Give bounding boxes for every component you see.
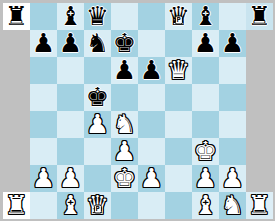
square-a7[interactable]: ♟	[30, 30, 57, 57]
holding-cell-empty	[3, 111, 30, 138]
holding-cell-empty	[246, 30, 273, 57]
piece-white-king[interactable]: ♚	[194, 138, 217, 165]
square-d4[interactable]: ♞	[111, 111, 138, 138]
holding-cell-empty	[246, 165, 273, 192]
square-g1[interactable]: ♝	[192, 192, 219, 219]
piece-white-knight[interactable]: ♞	[113, 111, 136, 138]
square-c5[interactable]: ♚	[84, 84, 111, 111]
square-f8[interactable]: ♛P	[165, 3, 192, 30]
square-b6[interactable]	[57, 57, 84, 84]
square-h3[interactable]	[219, 138, 246, 165]
square-d1[interactable]	[111, 192, 138, 219]
chess-board: ♜♝♛♛P♝♜♟♟♞♚♟♟♟♟♛♚♟♞♟♚♟♟♚♟♟♟♜♝♛P♝♞♜	[3, 3, 273, 219]
square-f1[interactable]	[165, 192, 192, 219]
piece-white-bishop[interactable]: ♝	[59, 192, 82, 219]
piece-black-king[interactable]: ♚	[113, 30, 136, 57]
square-h5[interactable]	[219, 84, 246, 111]
square-b3[interactable]	[57, 138, 84, 165]
square-b2[interactable]: ♟	[57, 165, 84, 192]
square-c8[interactable]: ♛	[84, 3, 111, 30]
square-g8[interactable]: ♝	[192, 3, 219, 30]
piece-white-rook[interactable]: ♜	[248, 192, 271, 219]
piece-white-pawn[interactable]: ♟	[140, 165, 163, 192]
holding-cell-empty	[246, 57, 273, 84]
square-e3[interactable]	[138, 138, 165, 165]
square-g6[interactable]	[192, 57, 219, 84]
holding-cell-empty	[246, 84, 273, 111]
holding-cell-empty	[3, 165, 30, 192]
holding-cell-top-left[interactable]: ♜	[3, 3, 30, 30]
holding-cell-empty	[246, 111, 273, 138]
square-g2[interactable]: ♟	[192, 165, 219, 192]
piece-black-pawn[interactable]: ♟	[59, 30, 82, 57]
piece-black-rook[interactable]: ♜	[5, 3, 28, 30]
square-h8[interactable]	[219, 3, 246, 30]
piece-white-rook[interactable]: ♜	[5, 192, 28, 219]
square-c3[interactable]	[84, 138, 111, 165]
square-b5[interactable]	[57, 84, 84, 111]
piece-white-pawn[interactable]: ♟	[221, 165, 244, 192]
square-c7[interactable]: ♞	[84, 30, 111, 57]
square-g4[interactable]	[192, 111, 219, 138]
square-e7[interactable]	[138, 30, 165, 57]
piece-black-queen[interactable]: ♛	[86, 3, 109, 30]
holding-cell-empty	[3, 138, 30, 165]
square-e4[interactable]	[138, 111, 165, 138]
square-c2[interactable]	[84, 165, 111, 192]
holding-cell-empty	[3, 57, 30, 84]
square-d5[interactable]	[111, 84, 138, 111]
piece-black-pawn[interactable]: ♟	[194, 30, 217, 57]
square-a4[interactable]	[30, 111, 57, 138]
holding-cell-top-right[interactable]: ♜	[246, 3, 273, 30]
square-c1[interactable]: ♛P	[84, 192, 111, 219]
square-d2[interactable]: ♚	[111, 165, 138, 192]
square-a6[interactable]	[30, 57, 57, 84]
square-d3[interactable]: ♟	[111, 138, 138, 165]
holding-cell-bottom-right[interactable]: ♜	[246, 192, 273, 219]
holding-cell-empty	[3, 84, 30, 111]
piece-white-pawn[interactable]: ♟	[113, 138, 136, 165]
square-h1[interactable]: ♞	[219, 192, 246, 219]
square-f3[interactable]	[165, 138, 192, 165]
piece-white-pawn[interactable]: ♟	[59, 165, 82, 192]
piece-white-bishop[interactable]: ♝	[194, 192, 217, 219]
square-e6[interactable]: ♟	[138, 57, 165, 84]
square-g3[interactable]: ♚	[192, 138, 219, 165]
square-e8[interactable]	[138, 3, 165, 30]
square-b4[interactable]	[57, 111, 84, 138]
piece-white-knight[interactable]: ♞	[221, 192, 244, 219]
square-e5[interactable]	[138, 84, 165, 111]
piece-white-pawn[interactable]: ♟	[32, 165, 55, 192]
piece-black-pawn[interactable]: ♟	[221, 30, 244, 57]
square-f6[interactable]: ♛	[165, 57, 192, 84]
square-h2[interactable]: ♟	[219, 165, 246, 192]
square-c6[interactable]	[84, 57, 111, 84]
square-a3[interactable]	[30, 138, 57, 165]
winboard-window: ♜♝♛♛P♝♜♟♟♞♚♟♟♟♟♛♚♟♞♟♚♟♟♚♟♟♟♜♝♛P♝♞♜	[0, 0, 275, 221]
square-f4[interactable]	[165, 111, 192, 138]
piece-black-pawn[interactable]: ♟	[140, 57, 163, 84]
square-a5[interactable]	[30, 84, 57, 111]
square-a8[interactable]	[30, 3, 57, 30]
square-c4[interactable]: ♟	[84, 111, 111, 138]
piece-black-pawn[interactable]: ♟	[32, 30, 55, 57]
piece-black-bishop[interactable]: ♝	[59, 3, 82, 30]
square-h4[interactable]	[219, 111, 246, 138]
square-f7[interactable]	[165, 30, 192, 57]
promoted-badge: P	[174, 15, 182, 24]
square-d6[interactable]: ♟	[111, 57, 138, 84]
piece-black-knight[interactable]: ♞	[86, 30, 109, 57]
square-d7[interactable]: ♚	[111, 30, 138, 57]
holding-cell-bottom-left[interactable]: ♜	[3, 192, 30, 219]
square-h7[interactable]: ♟	[219, 30, 246, 57]
square-e2[interactable]: ♟	[138, 165, 165, 192]
piece-white-queen[interactable]: ♛	[167, 57, 190, 84]
piece-black-bishop[interactable]: ♝	[194, 3, 217, 30]
square-h6[interactable]	[219, 57, 246, 84]
square-d8[interactable]	[111, 3, 138, 30]
piece-black-king[interactable]: ♚	[86, 84, 109, 111]
square-b8[interactable]: ♝	[57, 3, 84, 30]
square-f2[interactable]	[165, 165, 192, 192]
piece-black-pawn[interactable]: ♟	[113, 57, 136, 84]
holding-cell-empty	[3, 30, 30, 57]
square-b1[interactable]: ♝	[57, 192, 84, 219]
square-e1[interactable]	[138, 192, 165, 219]
holding-cell-empty	[246, 138, 273, 165]
promoted-badge: P	[93, 204, 101, 213]
square-f5[interactable]	[165, 84, 192, 111]
piece-white-king[interactable]: ♚	[113, 165, 136, 192]
piece-white-pawn[interactable]: ♟	[86, 111, 109, 138]
square-g7[interactable]: ♟	[192, 30, 219, 57]
piece-white-pawn[interactable]: ♟	[194, 165, 217, 192]
square-b7[interactable]: ♟	[57, 30, 84, 57]
square-a1[interactable]	[30, 192, 57, 219]
square-g5[interactable]	[192, 84, 219, 111]
square-a2[interactable]: ♟	[30, 165, 57, 192]
piece-black-rook[interactable]: ♜	[248, 3, 271, 30]
